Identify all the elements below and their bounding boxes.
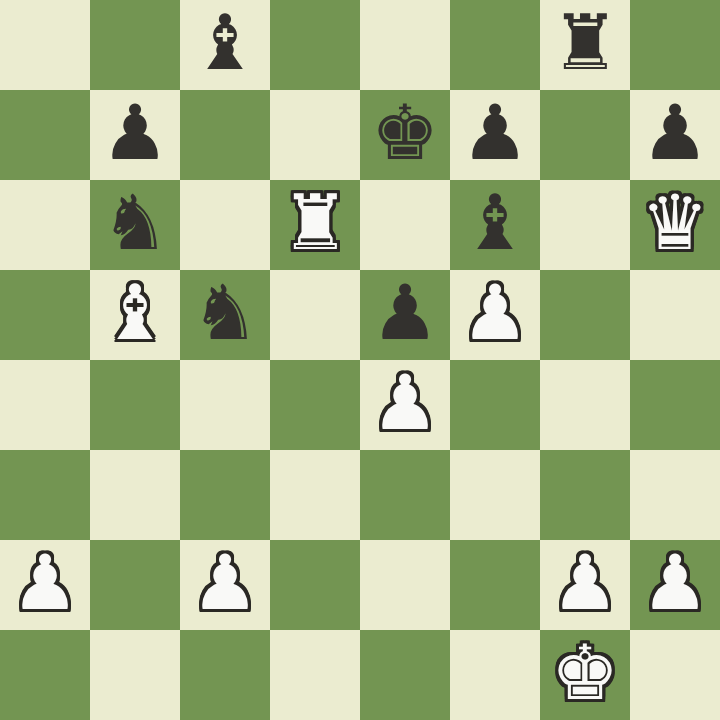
black-rook[interactable]: ♜ — [551, 0, 619, 88]
square-f4[interactable] — [450, 360, 540, 450]
square-g8[interactable]: ♜ — [540, 0, 630, 90]
square-h3[interactable] — [630, 450, 720, 540]
square-f3[interactable] — [450, 450, 540, 540]
square-e7[interactable]: ♚ — [360, 90, 450, 180]
white-king[interactable]: ♚ — [551, 628, 619, 718]
square-d3[interactable] — [270, 450, 360, 540]
square-b1[interactable] — [90, 630, 180, 720]
square-a5[interactable] — [0, 270, 90, 360]
square-f2[interactable] — [450, 540, 540, 630]
square-f5[interactable]: ♟ — [450, 270, 540, 360]
black-pawn[interactable]: ♟ — [461, 88, 529, 178]
square-h4[interactable] — [630, 360, 720, 450]
square-c2[interactable]: ♟ — [180, 540, 270, 630]
square-c3[interactable] — [180, 450, 270, 540]
white-pawn[interactable]: ♟ — [551, 538, 619, 628]
white-bishop[interactable]: ♝ — [101, 268, 169, 358]
square-g2[interactable]: ♟ — [540, 540, 630, 630]
black-king[interactable]: ♚ — [371, 88, 439, 178]
square-h5[interactable] — [630, 270, 720, 360]
square-c1[interactable] — [180, 630, 270, 720]
square-e1[interactable] — [360, 630, 450, 720]
square-b6[interactable]: ♞ — [90, 180, 180, 270]
square-d6[interactable]: ♜ — [270, 180, 360, 270]
square-a7[interactable] — [0, 90, 90, 180]
square-e8[interactable] — [360, 0, 450, 90]
square-c5[interactable]: ♞ — [180, 270, 270, 360]
square-a3[interactable] — [0, 450, 90, 540]
square-c6[interactable] — [180, 180, 270, 270]
square-f6[interactable]: ♝ — [450, 180, 540, 270]
black-knight[interactable]: ♞ — [101, 178, 169, 268]
white-rook[interactable]: ♜ — [281, 178, 349, 268]
white-pawn[interactable]: ♟ — [461, 268, 529, 358]
square-b2[interactable] — [90, 540, 180, 630]
square-b8[interactable] — [90, 0, 180, 90]
chess-board: ♝♜♟♚♟♟♞♜♝♛♝♞♟♟♟♟♟♟♟♚ — [0, 0, 720, 720]
square-f1[interactable] — [450, 630, 540, 720]
square-a6[interactable] — [0, 180, 90, 270]
square-h7[interactable]: ♟ — [630, 90, 720, 180]
square-e6[interactable] — [360, 180, 450, 270]
square-g4[interactable] — [540, 360, 630, 450]
square-d8[interactable] — [270, 0, 360, 90]
square-g7[interactable] — [540, 90, 630, 180]
square-c7[interactable] — [180, 90, 270, 180]
square-g5[interactable] — [540, 270, 630, 360]
square-a1[interactable] — [0, 630, 90, 720]
square-h2[interactable]: ♟ — [630, 540, 720, 630]
square-e3[interactable] — [360, 450, 450, 540]
square-d4[interactable] — [270, 360, 360, 450]
square-e2[interactable] — [360, 540, 450, 630]
square-b5[interactable]: ♝ — [90, 270, 180, 360]
white-pawn[interactable]: ♟ — [371, 358, 439, 448]
black-pawn[interactable]: ♟ — [641, 88, 709, 178]
square-a2[interactable]: ♟ — [0, 540, 90, 630]
black-knight[interactable]: ♞ — [191, 268, 259, 358]
white-pawn[interactable]: ♟ — [11, 538, 79, 628]
square-b3[interactable] — [90, 450, 180, 540]
square-b7[interactable]: ♟ — [90, 90, 180, 180]
square-h8[interactable] — [630, 0, 720, 90]
black-pawn[interactable]: ♟ — [101, 88, 169, 178]
black-pawn[interactable]: ♟ — [371, 268, 439, 358]
square-d2[interactable] — [270, 540, 360, 630]
square-a4[interactable] — [0, 360, 90, 450]
square-f8[interactable] — [450, 0, 540, 90]
square-f7[interactable]: ♟ — [450, 90, 540, 180]
black-bishop[interactable]: ♝ — [191, 0, 259, 88]
square-c8[interactable]: ♝ — [180, 0, 270, 90]
square-a8[interactable] — [0, 0, 90, 90]
square-g1[interactable]: ♚ — [540, 630, 630, 720]
square-d7[interactable] — [270, 90, 360, 180]
square-d1[interactable] — [270, 630, 360, 720]
square-h6[interactable]: ♛ — [630, 180, 720, 270]
square-c4[interactable] — [180, 360, 270, 450]
square-g3[interactable] — [540, 450, 630, 540]
square-e5[interactable]: ♟ — [360, 270, 450, 360]
square-e4[interactable]: ♟ — [360, 360, 450, 450]
white-pawn[interactable]: ♟ — [641, 538, 709, 628]
square-g6[interactable] — [540, 180, 630, 270]
black-bishop[interactable]: ♝ — [461, 178, 529, 268]
white-pawn[interactable]: ♟ — [191, 538, 259, 628]
square-h1[interactable] — [630, 630, 720, 720]
square-b4[interactable] — [90, 360, 180, 450]
square-d5[interactable] — [270, 270, 360, 360]
white-queen[interactable]: ♛ — [641, 178, 709, 268]
